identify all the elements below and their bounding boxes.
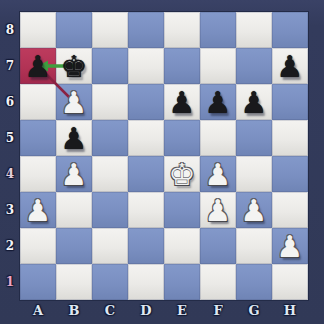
square-g2[interactable] bbox=[236, 228, 272, 264]
square-a2[interactable] bbox=[20, 228, 56, 264]
square-e7[interactable] bbox=[164, 48, 200, 84]
square-a4[interactable] bbox=[20, 156, 56, 192]
square-b3[interactable] bbox=[56, 192, 92, 228]
rank-label-4: 4 bbox=[0, 156, 20, 192]
black-pawn-h7[interactable]: ♟ bbox=[272, 48, 308, 84]
square-d8[interactable] bbox=[128, 12, 164, 48]
black-pawn-f6[interactable]: ♟ bbox=[200, 84, 236, 120]
square-d2[interactable] bbox=[128, 228, 164, 264]
white-pawn-b6[interactable]: ♟ bbox=[56, 84, 92, 120]
square-f8[interactable] bbox=[200, 12, 236, 48]
square-h3[interactable] bbox=[272, 192, 308, 228]
square-f5[interactable] bbox=[200, 120, 236, 156]
square-e5[interactable] bbox=[164, 120, 200, 156]
square-d4[interactable] bbox=[128, 156, 164, 192]
square-f7[interactable] bbox=[200, 48, 236, 84]
file-label-h: H bbox=[272, 300, 308, 324]
square-c3[interactable] bbox=[92, 192, 128, 228]
white-pawn-a3[interactable]: ♟ bbox=[20, 192, 56, 228]
square-c8[interactable] bbox=[92, 12, 128, 48]
square-c5[interactable] bbox=[92, 120, 128, 156]
rank-label-1: 1 bbox=[0, 264, 20, 300]
square-d3[interactable] bbox=[128, 192, 164, 228]
square-e8[interactable] bbox=[164, 12, 200, 48]
rank-label-3: 3 bbox=[0, 192, 20, 228]
square-a1[interactable] bbox=[20, 264, 56, 300]
square-c2[interactable] bbox=[92, 228, 128, 264]
square-h1[interactable] bbox=[272, 264, 308, 300]
white-king-e4[interactable]: ♚ bbox=[164, 156, 200, 192]
square-a8[interactable] bbox=[20, 12, 56, 48]
square-b8[interactable] bbox=[56, 12, 92, 48]
rank-label-7: 7 bbox=[0, 48, 20, 84]
square-h6[interactable] bbox=[272, 84, 308, 120]
square-b1[interactable] bbox=[56, 264, 92, 300]
file-label-e: E bbox=[164, 300, 200, 324]
square-f1[interactable] bbox=[200, 264, 236, 300]
square-c4[interactable] bbox=[92, 156, 128, 192]
square-f2[interactable] bbox=[200, 228, 236, 264]
square-h5[interactable] bbox=[272, 120, 308, 156]
rank-label-8: 8 bbox=[0, 12, 20, 48]
square-h4[interactable] bbox=[272, 156, 308, 192]
black-pawn-a7[interactable]: ♟ bbox=[20, 48, 56, 84]
rank-label-5: 5 bbox=[0, 120, 20, 156]
file-label-g: G bbox=[236, 300, 272, 324]
square-g5[interactable] bbox=[236, 120, 272, 156]
square-d6[interactable] bbox=[128, 84, 164, 120]
square-d1[interactable] bbox=[128, 264, 164, 300]
black-king-b7[interactable]: ♚ bbox=[56, 48, 92, 84]
square-g8[interactable] bbox=[236, 12, 272, 48]
square-c6[interactable] bbox=[92, 84, 128, 120]
black-pawn-e6[interactable]: ♟ bbox=[164, 84, 200, 120]
square-g1[interactable] bbox=[236, 264, 272, 300]
file-label-a: A bbox=[20, 300, 56, 324]
white-pawn-f3[interactable]: ♟ bbox=[200, 192, 236, 228]
black-pawn-b5[interactable]: ♟ bbox=[56, 120, 92, 156]
square-b2[interactable] bbox=[56, 228, 92, 264]
square-e2[interactable] bbox=[164, 228, 200, 264]
file-label-b: B bbox=[56, 300, 92, 324]
file-label-d: D bbox=[128, 300, 164, 324]
square-a6[interactable] bbox=[20, 84, 56, 120]
square-c7[interactable] bbox=[92, 48, 128, 84]
white-pawn-f4[interactable]: ♟ bbox=[200, 156, 236, 192]
square-d7[interactable] bbox=[128, 48, 164, 84]
white-pawn-h2[interactable]: ♟ bbox=[272, 228, 308, 264]
square-e1[interactable] bbox=[164, 264, 200, 300]
square-h8[interactable] bbox=[272, 12, 308, 48]
white-pawn-b4[interactable]: ♟ bbox=[56, 156, 92, 192]
white-pawn-g3[interactable]: ♟ bbox=[236, 192, 272, 228]
chess-board-widget: ♟♚♟♟♟♟♟♟♟♚♟♟♟♟♟ 87654321ABCDEFGH bbox=[0, 0, 324, 324]
file-label-f: F bbox=[200, 300, 236, 324]
square-g4[interactable] bbox=[236, 156, 272, 192]
square-a5[interactable] bbox=[20, 120, 56, 156]
file-label-c: C bbox=[92, 300, 128, 324]
square-e3[interactable] bbox=[164, 192, 200, 228]
square-g7[interactable] bbox=[236, 48, 272, 84]
square-c1[interactable] bbox=[92, 264, 128, 300]
black-pawn-g6[interactable]: ♟ bbox=[236, 84, 272, 120]
rank-label-6: 6 bbox=[0, 84, 20, 120]
square-d5[interactable] bbox=[128, 120, 164, 156]
rank-label-2: 2 bbox=[0, 228, 20, 264]
